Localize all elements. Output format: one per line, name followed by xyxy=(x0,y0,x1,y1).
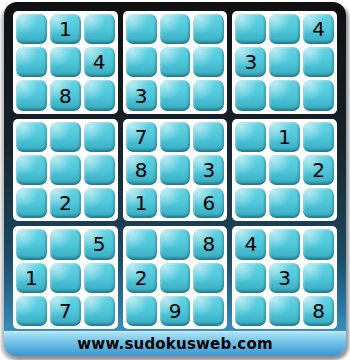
given-digit: 8 xyxy=(203,234,216,254)
cell-r7c9[interactable] xyxy=(303,229,334,259)
given-digit: 4 xyxy=(93,52,106,72)
given-digit: 2 xyxy=(59,193,72,213)
cell-r1c7[interactable] xyxy=(235,14,266,44)
given-digit: 4 xyxy=(312,19,325,39)
cell-r8c9[interactable] xyxy=(303,263,334,293)
cell-r3c4[interactable]: 3 xyxy=(126,80,157,110)
cell-r5c5[interactable] xyxy=(160,155,191,185)
cell-r3c1[interactable] xyxy=(16,80,47,110)
cell-r5c1[interactable] xyxy=(16,155,47,185)
cell-r8c7[interactable] xyxy=(235,263,266,293)
cell-r9c7[interactable] xyxy=(235,296,266,326)
box-r1c1: 148 xyxy=(13,11,118,114)
cell-r3c9[interactable] xyxy=(303,80,334,110)
footer-band: www.sudokusweb.com xyxy=(4,331,346,356)
site-url-link[interactable]: www.sudokusweb.com xyxy=(77,335,272,353)
sudoku-board: 14834327831612517829438 www.sudokusweb.c… xyxy=(4,2,346,356)
given-digit: 1 xyxy=(59,19,72,39)
cell-r1c1[interactable] xyxy=(16,14,47,44)
cell-r4c3[interactable] xyxy=(84,122,115,152)
cell-r9c8[interactable] xyxy=(269,296,300,326)
cell-r2c7[interactable]: 3 xyxy=(235,47,266,77)
cell-r5c2[interactable] xyxy=(50,155,81,185)
given-digit: 9 xyxy=(169,301,182,321)
given-digit: 4 xyxy=(244,234,257,254)
cell-r8c5[interactable] xyxy=(160,263,191,293)
cell-r2c9[interactable] xyxy=(303,47,334,77)
cell-r4c5[interactable] xyxy=(160,122,191,152)
cell-r4c4[interactable]: 7 xyxy=(126,122,157,152)
cell-r3c3[interactable] xyxy=(84,80,115,110)
cell-r7c4[interactable] xyxy=(126,229,157,259)
cell-r6c7[interactable] xyxy=(235,188,266,218)
cell-r6c2[interactable]: 2 xyxy=(50,188,81,218)
given-digit: 1 xyxy=(25,268,38,288)
cell-r1c5[interactable] xyxy=(160,14,191,44)
cell-r3c5[interactable] xyxy=(160,80,191,110)
box-r2c3: 12 xyxy=(232,119,337,222)
cell-r6c1[interactable] xyxy=(16,188,47,218)
cell-r1c8[interactable] xyxy=(269,14,300,44)
cell-r7c7[interactable]: 4 xyxy=(235,229,266,259)
cell-r6c8[interactable] xyxy=(269,188,300,218)
box-r1c2: 3 xyxy=(123,11,228,114)
cell-r5c3[interactable] xyxy=(84,155,115,185)
cell-r8c8[interactable]: 3 xyxy=(269,263,300,293)
given-digit: 3 xyxy=(203,160,216,180)
given-digit: 3 xyxy=(278,268,291,288)
cell-r6c3[interactable] xyxy=(84,188,115,218)
cell-r7c8[interactable] xyxy=(269,229,300,259)
cell-r3c2[interactable]: 8 xyxy=(50,80,81,110)
sudoku-grid: 14834327831612517829438 xyxy=(13,11,337,329)
cell-r2c6[interactable] xyxy=(193,47,224,77)
cell-r7c1[interactable] xyxy=(16,229,47,259)
cell-r4c7[interactable] xyxy=(235,122,266,152)
cell-r4c2[interactable] xyxy=(50,122,81,152)
box-r3c2: 829 xyxy=(123,226,228,329)
cell-r6c6[interactable]: 6 xyxy=(193,188,224,218)
cell-r6c4[interactable]: 1 xyxy=(126,188,157,218)
cell-r7c2[interactable] xyxy=(50,229,81,259)
cell-r5c6[interactable]: 3 xyxy=(193,155,224,185)
given-digit: 3 xyxy=(244,52,257,72)
cell-r1c9[interactable]: 4 xyxy=(303,14,334,44)
box-r2c2: 78316 xyxy=(123,119,228,222)
cell-r9c6[interactable] xyxy=(193,296,224,326)
given-digit: 6 xyxy=(203,193,216,213)
cell-r3c6[interactable] xyxy=(193,80,224,110)
cell-r5c8[interactable] xyxy=(269,155,300,185)
given-digit: 5 xyxy=(93,234,106,254)
given-digit: 8 xyxy=(312,301,325,321)
cell-r8c4[interactable]: 2 xyxy=(126,263,157,293)
cell-r9c4[interactable] xyxy=(126,296,157,326)
cell-r3c7[interactable] xyxy=(235,80,266,110)
cell-r9c5[interactable]: 9 xyxy=(160,296,191,326)
cell-r4c8[interactable]: 1 xyxy=(269,122,300,152)
cell-r7c3[interactable]: 5 xyxy=(84,229,115,259)
given-digit: 7 xyxy=(59,301,72,321)
cell-r5c9[interactable]: 2 xyxy=(303,155,334,185)
cell-r8c2[interactable] xyxy=(50,263,81,293)
given-digit: 2 xyxy=(312,160,325,180)
cell-r5c4[interactable]: 8 xyxy=(126,155,157,185)
cell-r9c3[interactable] xyxy=(84,296,115,326)
cell-r1c4[interactable] xyxy=(126,14,157,44)
cell-r4c6[interactable] xyxy=(193,122,224,152)
cell-r6c5[interactable] xyxy=(160,188,191,218)
given-digit: 1 xyxy=(278,127,291,147)
cell-r1c2[interactable]: 1 xyxy=(50,14,81,44)
given-digit: 8 xyxy=(135,160,148,180)
given-digit: 3 xyxy=(135,86,148,106)
cell-r6c9[interactable] xyxy=(303,188,334,218)
cell-r5c7[interactable] xyxy=(235,155,266,185)
cell-r9c9[interactable]: 8 xyxy=(303,296,334,326)
cell-r2c2[interactable] xyxy=(50,47,81,77)
cell-r4c9[interactable] xyxy=(303,122,334,152)
cell-r9c2[interactable]: 7 xyxy=(50,296,81,326)
cell-r2c1[interactable] xyxy=(16,47,47,77)
cell-r1c3[interactable] xyxy=(84,14,115,44)
cell-r8c1[interactable]: 1 xyxy=(16,263,47,293)
given-digit: 7 xyxy=(135,127,148,147)
box-r3c1: 517 xyxy=(13,226,118,329)
cell-r7c5[interactable] xyxy=(160,229,191,259)
cell-r8c3[interactable] xyxy=(84,263,115,293)
cell-r4c1[interactable] xyxy=(16,122,47,152)
cell-r8c6[interactable] xyxy=(193,263,224,293)
cell-r9c1[interactable] xyxy=(16,296,47,326)
box-r3c3: 438 xyxy=(232,226,337,329)
box-r2c1: 2 xyxy=(13,119,118,222)
box-r1c3: 43 xyxy=(232,11,337,114)
given-digit: 2 xyxy=(135,268,148,288)
cell-r2c8[interactable] xyxy=(269,47,300,77)
cell-r2c5[interactable] xyxy=(160,47,191,77)
given-digit: 8 xyxy=(59,86,72,106)
cell-r1c6[interactable] xyxy=(193,14,224,44)
cell-r2c3[interactable]: 4 xyxy=(84,47,115,77)
cell-r2c4[interactable] xyxy=(126,47,157,77)
cell-r7c6[interactable]: 8 xyxy=(193,229,224,259)
cell-r3c8[interactable] xyxy=(269,80,300,110)
given-digit: 1 xyxy=(135,193,148,213)
